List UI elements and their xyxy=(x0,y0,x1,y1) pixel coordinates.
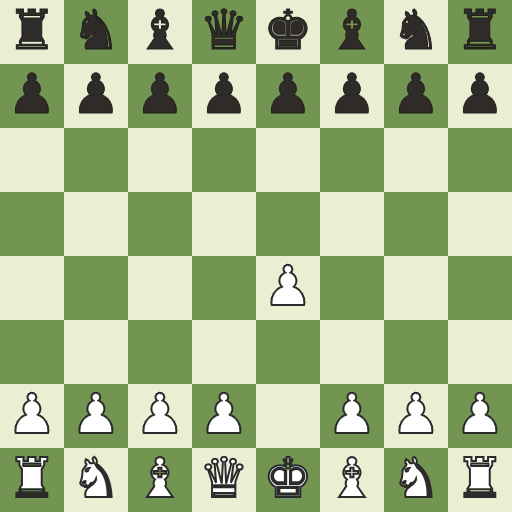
black-pawn[interactable]: ♟ xyxy=(391,62,440,126)
black-pawn[interactable]: ♟ xyxy=(199,62,248,126)
square-e7[interactable]: ♟ xyxy=(256,64,320,128)
black-queen[interactable]: ♛ xyxy=(199,0,248,62)
square-c7[interactable]: ♟ xyxy=(128,64,192,128)
black-bishop[interactable]: ♝ xyxy=(135,0,184,62)
square-d7[interactable]: ♟ xyxy=(192,64,256,128)
square-b1[interactable]: ♞ xyxy=(64,448,128,512)
square-f4[interactable] xyxy=(320,256,384,320)
square-h8[interactable]: ♜ xyxy=(448,0,512,64)
white-pawn[interactable]: ♟ xyxy=(327,382,376,446)
square-h3[interactable] xyxy=(448,320,512,384)
square-e8[interactable]: ♚ xyxy=(256,0,320,64)
square-b6[interactable] xyxy=(64,128,128,192)
black-pawn[interactable]: ♟ xyxy=(263,62,312,126)
chess-board: ♜♞♝♛♚♝♞♜♟♟♟♟♟♟♟♟♟♟♟♟♟♟♟♟♜♞♝♛♚♝♞♜ xyxy=(0,0,512,512)
white-pawn[interactable]: ♟ xyxy=(7,382,56,446)
square-a3[interactable] xyxy=(0,320,64,384)
white-bishop[interactable]: ♝ xyxy=(327,446,376,510)
white-pawn[interactable]: ♟ xyxy=(199,382,248,446)
square-a6[interactable] xyxy=(0,128,64,192)
square-b2[interactable]: ♟ xyxy=(64,384,128,448)
black-pawn[interactable]: ♟ xyxy=(327,62,376,126)
square-g7[interactable]: ♟ xyxy=(384,64,448,128)
square-f3[interactable] xyxy=(320,320,384,384)
square-g2[interactable]: ♟ xyxy=(384,384,448,448)
white-knight[interactable]: ♞ xyxy=(71,446,120,510)
black-pawn[interactable]: ♟ xyxy=(71,62,120,126)
square-b8[interactable]: ♞ xyxy=(64,0,128,64)
black-rook[interactable]: ♜ xyxy=(7,0,56,62)
square-a5[interactable] xyxy=(0,192,64,256)
black-rook[interactable]: ♜ xyxy=(455,0,504,62)
square-h4[interactable] xyxy=(448,256,512,320)
black-knight[interactable]: ♞ xyxy=(71,0,120,62)
square-d3[interactable] xyxy=(192,320,256,384)
square-d4[interactable] xyxy=(192,256,256,320)
square-c8[interactable]: ♝ xyxy=(128,0,192,64)
square-f1[interactable]: ♝ xyxy=(320,448,384,512)
square-f5[interactable] xyxy=(320,192,384,256)
white-king[interactable]: ♚ xyxy=(263,446,312,510)
black-bishop[interactable]: ♝ xyxy=(327,0,376,62)
square-a1[interactable]: ♜ xyxy=(0,448,64,512)
white-bishop[interactable]: ♝ xyxy=(135,446,184,510)
white-rook[interactable]: ♜ xyxy=(7,446,56,510)
square-d8[interactable]: ♛ xyxy=(192,0,256,64)
square-c2[interactable]: ♟ xyxy=(128,384,192,448)
square-c1[interactable]: ♝ xyxy=(128,448,192,512)
white-pawn[interactable]: ♟ xyxy=(455,382,504,446)
square-g1[interactable]: ♞ xyxy=(384,448,448,512)
square-g6[interactable] xyxy=(384,128,448,192)
square-e4[interactable]: ♟ xyxy=(256,256,320,320)
square-h2[interactable]: ♟ xyxy=(448,384,512,448)
white-pawn[interactable]: ♟ xyxy=(71,382,120,446)
square-g3[interactable] xyxy=(384,320,448,384)
square-f8[interactable]: ♝ xyxy=(320,0,384,64)
square-b4[interactable] xyxy=(64,256,128,320)
square-a4[interactable] xyxy=(0,256,64,320)
square-b7[interactable]: ♟ xyxy=(64,64,128,128)
square-h7[interactable]: ♟ xyxy=(448,64,512,128)
black-king[interactable]: ♚ xyxy=(263,0,312,62)
square-d5[interactable] xyxy=(192,192,256,256)
square-e5[interactable] xyxy=(256,192,320,256)
square-e2[interactable] xyxy=(256,384,320,448)
white-pawn[interactable]: ♟ xyxy=(135,382,184,446)
square-a2[interactable]: ♟ xyxy=(0,384,64,448)
white-knight[interactable]: ♞ xyxy=(391,446,440,510)
square-h6[interactable] xyxy=(448,128,512,192)
white-pawn[interactable]: ♟ xyxy=(263,254,312,318)
white-queen[interactable]: ♛ xyxy=(199,446,248,510)
square-d6[interactable] xyxy=(192,128,256,192)
square-e1[interactable]: ♚ xyxy=(256,448,320,512)
square-a7[interactable]: ♟ xyxy=(0,64,64,128)
square-c4[interactable] xyxy=(128,256,192,320)
black-pawn[interactable]: ♟ xyxy=(455,62,504,126)
square-c3[interactable] xyxy=(128,320,192,384)
square-c5[interactable] xyxy=(128,192,192,256)
square-g8[interactable]: ♞ xyxy=(384,0,448,64)
square-a8[interactable]: ♜ xyxy=(0,0,64,64)
square-b3[interactable] xyxy=(64,320,128,384)
white-rook[interactable]: ♜ xyxy=(455,446,504,510)
square-f7[interactable]: ♟ xyxy=(320,64,384,128)
square-e3[interactable] xyxy=(256,320,320,384)
square-f2[interactable]: ♟ xyxy=(320,384,384,448)
square-e6[interactable] xyxy=(256,128,320,192)
square-h5[interactable] xyxy=(448,192,512,256)
square-g5[interactable] xyxy=(384,192,448,256)
square-g4[interactable] xyxy=(384,256,448,320)
square-d2[interactable]: ♟ xyxy=(192,384,256,448)
black-pawn[interactable]: ♟ xyxy=(7,62,56,126)
black-pawn[interactable]: ♟ xyxy=(135,62,184,126)
square-f6[interactable] xyxy=(320,128,384,192)
black-knight[interactable]: ♞ xyxy=(391,0,440,62)
white-pawn[interactable]: ♟ xyxy=(391,382,440,446)
square-h1[interactable]: ♜ xyxy=(448,448,512,512)
square-c6[interactable] xyxy=(128,128,192,192)
square-d1[interactable]: ♛ xyxy=(192,448,256,512)
square-b5[interactable] xyxy=(64,192,128,256)
